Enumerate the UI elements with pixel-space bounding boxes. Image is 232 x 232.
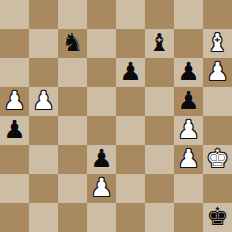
square-a8[interactable] xyxy=(0,0,29,29)
square-g5[interactable]: ♟ xyxy=(174,87,203,116)
square-h7[interactable]: ♝ xyxy=(203,29,232,58)
square-f7[interactable]: ♝ xyxy=(145,29,174,58)
square-g7[interactable] xyxy=(174,29,203,58)
square-d5[interactable] xyxy=(87,87,116,116)
square-d6[interactable] xyxy=(87,58,116,87)
square-g1[interactable] xyxy=(174,203,203,232)
square-b3[interactable] xyxy=(29,145,58,174)
square-a2[interactable] xyxy=(0,174,29,203)
white-pawn-g4-piece[interactable]: ♟ xyxy=(177,115,199,144)
square-d1[interactable] xyxy=(87,203,116,232)
square-f4[interactable] xyxy=(145,116,174,145)
square-a5[interactable]: ♟ xyxy=(0,87,29,116)
square-h8[interactable] xyxy=(203,0,232,29)
square-c2[interactable] xyxy=(58,174,87,203)
square-c4[interactable] xyxy=(58,116,87,145)
square-b1[interactable] xyxy=(29,203,58,232)
white-pawn-b5-piece[interactable]: ♟ xyxy=(32,86,54,115)
square-e6[interactable]: ♟ xyxy=(116,58,145,87)
square-g6[interactable]: ♟ xyxy=(174,58,203,87)
black-king-h1-piece[interactable]: ♚ xyxy=(206,202,228,231)
square-f3[interactable] xyxy=(145,145,174,174)
square-c8[interactable] xyxy=(58,0,87,29)
white-pawn-a5-piece[interactable]: ♟ xyxy=(3,86,25,115)
square-a4[interactable]: ♟ xyxy=(0,116,29,145)
square-a1[interactable] xyxy=(0,203,29,232)
square-e1[interactable] xyxy=(116,203,145,232)
white-pawn-h6-piece[interactable]: ♟ xyxy=(206,57,228,86)
black-pawn-g6-piece[interactable]: ♟ xyxy=(177,57,199,86)
square-e5[interactable] xyxy=(116,87,145,116)
square-d3[interactable]: ♟ xyxy=(87,145,116,174)
square-h2[interactable] xyxy=(203,174,232,203)
black-pawn-a4-piece[interactable]: ♟ xyxy=(3,115,25,144)
square-f6[interactable] xyxy=(145,58,174,87)
square-b7[interactable] xyxy=(29,29,58,58)
white-bishop-h7-piece[interactable]: ♝ xyxy=(206,28,228,57)
square-h6[interactable]: ♟ xyxy=(203,58,232,87)
square-h1[interactable]: ♚ xyxy=(203,203,232,232)
square-g8[interactable] xyxy=(174,0,203,29)
square-b4[interactable] xyxy=(29,116,58,145)
square-c6[interactable] xyxy=(58,58,87,87)
square-b2[interactable] xyxy=(29,174,58,203)
square-e7[interactable] xyxy=(116,29,145,58)
black-bishop-f7-piece[interactable]: ♝ xyxy=(148,28,170,57)
square-g3[interactable]: ♟ xyxy=(174,145,203,174)
square-b6[interactable] xyxy=(29,58,58,87)
square-c5[interactable] xyxy=(58,87,87,116)
square-b5[interactable]: ♟ xyxy=(29,87,58,116)
square-f8[interactable] xyxy=(145,0,174,29)
square-h5[interactable] xyxy=(203,87,232,116)
square-f2[interactable] xyxy=(145,174,174,203)
square-e2[interactable] xyxy=(116,174,145,203)
square-g2[interactable] xyxy=(174,174,203,203)
square-f5[interactable] xyxy=(145,87,174,116)
square-d8[interactable] xyxy=(87,0,116,29)
square-c3[interactable] xyxy=(58,145,87,174)
square-d4[interactable] xyxy=(87,116,116,145)
square-g4[interactable]: ♟ xyxy=(174,116,203,145)
square-e4[interactable] xyxy=(116,116,145,145)
square-c1[interactable] xyxy=(58,203,87,232)
square-h4[interactable] xyxy=(203,116,232,145)
chess-board: ♞♝♝♟♟♟♟♟♟♟♟♟♟♚♟♚ xyxy=(0,0,232,232)
square-e8[interactable] xyxy=(116,0,145,29)
square-d2[interactable]: ♟ xyxy=(87,174,116,203)
square-c7[interactable]: ♞ xyxy=(58,29,87,58)
square-b8[interactable] xyxy=(29,0,58,29)
square-f1[interactable] xyxy=(145,203,174,232)
black-pawn-d3-piece[interactable]: ♟ xyxy=(90,144,112,173)
square-a3[interactable] xyxy=(0,145,29,174)
square-a7[interactable] xyxy=(0,29,29,58)
white-pawn-d2-piece[interactable]: ♟ xyxy=(90,173,112,202)
square-e3[interactable] xyxy=(116,145,145,174)
black-pawn-g5-piece[interactable]: ♟ xyxy=(177,86,199,115)
black-knight-c7-piece[interactable]: ♞ xyxy=(61,28,83,57)
white-pawn-g3-piece[interactable]: ♟ xyxy=(177,144,199,173)
square-a6[interactable] xyxy=(0,58,29,87)
square-d7[interactable] xyxy=(87,29,116,58)
square-h3[interactable]: ♚ xyxy=(203,145,232,174)
black-pawn-e6-piece[interactable]: ♟ xyxy=(119,57,141,86)
white-king-h3-piece[interactable]: ♚ xyxy=(206,144,228,173)
